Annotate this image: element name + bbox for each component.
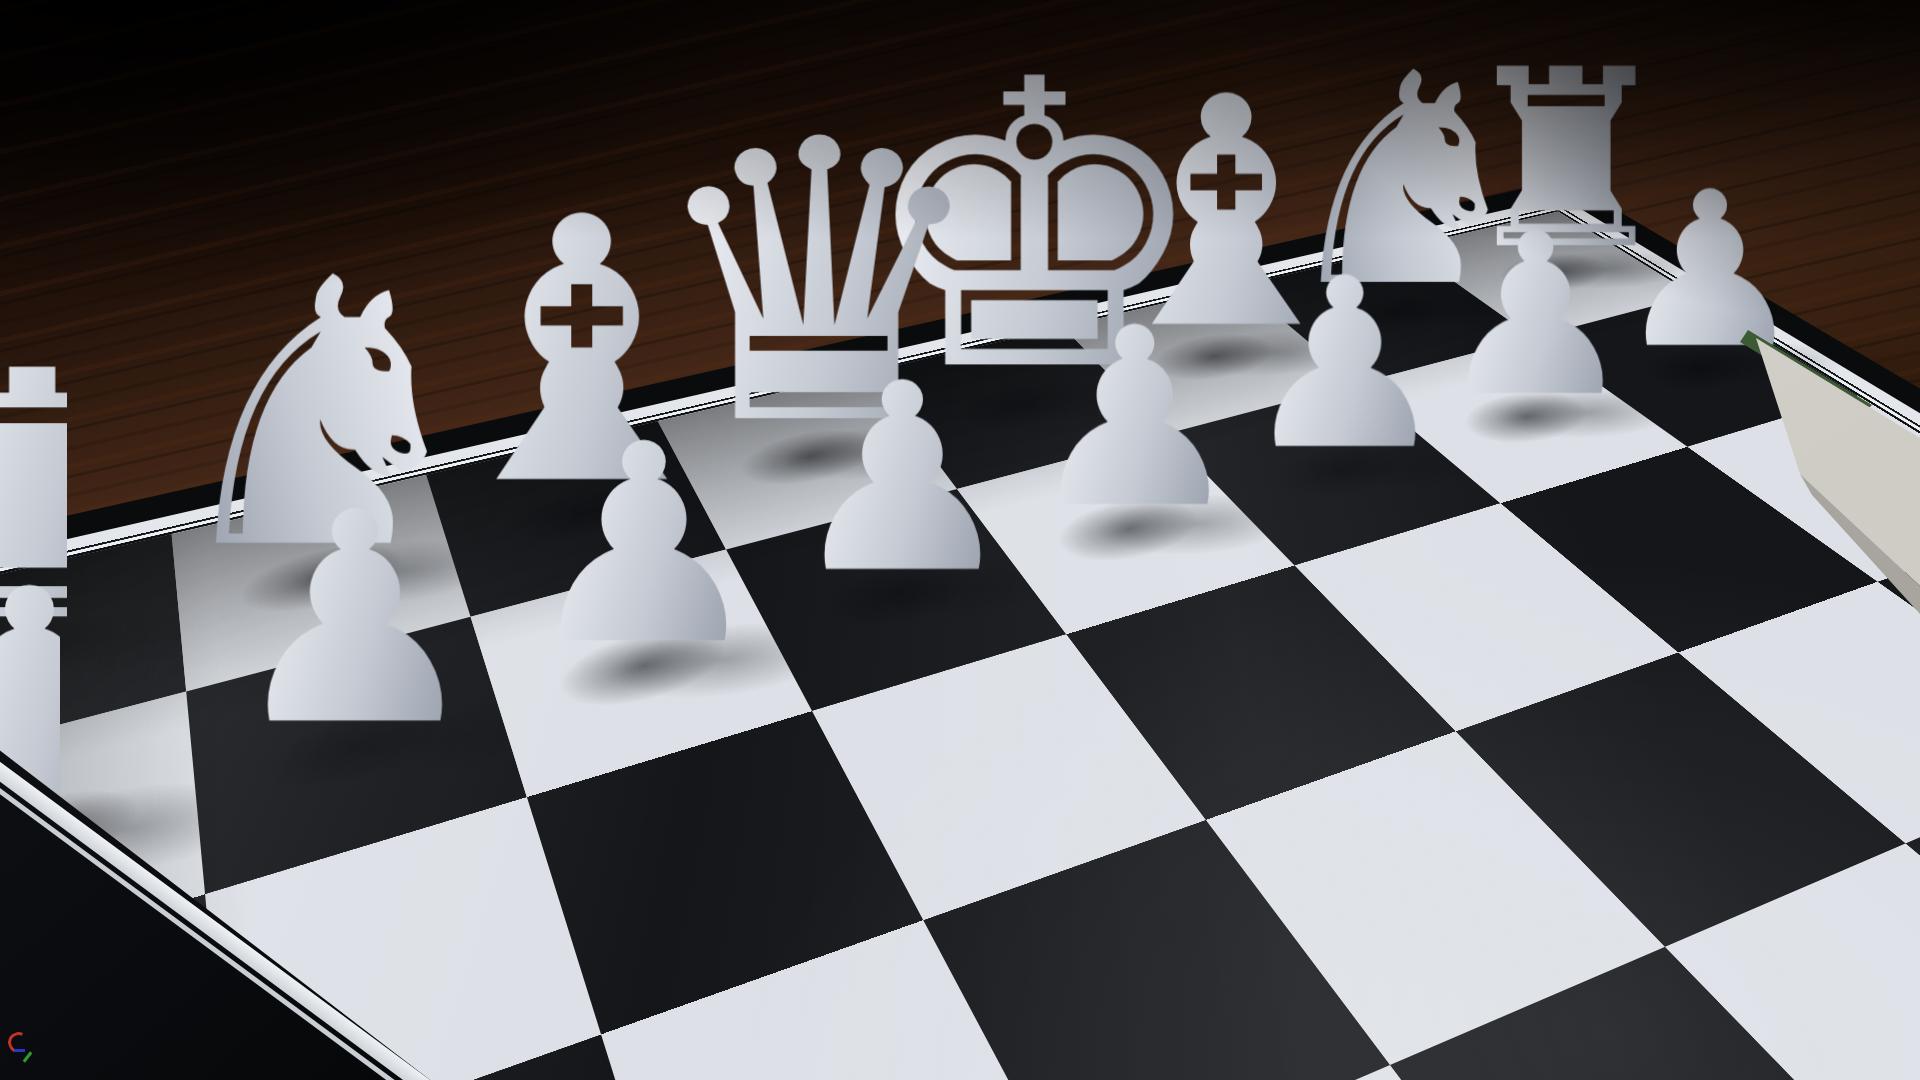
axis-z-icon (14, 1049, 25, 1052)
white-pawn-glyph: ♟ (1024, 295, 1245, 542)
white-pawn-glyph: ♟ (1239, 247, 1450, 482)
board-grid: ♜♞♝♛♚♝♞♜♟♟♟♟♟♟♟♟ (0, 212, 1920, 1080)
white-pawn-glyph: ♟ (1435, 204, 1636, 428)
white-pawn-glyph: ♟ (786, 349, 1019, 609)
white-pawn-glyph: ♟ (225, 474, 486, 765)
board-frame: ♜♞♝♛♚♝♞♜♟♟♟♟♟♟♟♟ (0, 197, 1920, 1080)
axis-gizmo (6, 1026, 50, 1074)
scene: ♜♞♝♛♚♝♞♜♟♟♟♟♟♟♟♟ (0, 0, 1920, 1080)
axis-y-icon (23, 1051, 33, 1062)
chess-board: ♜♞♝♛♚♝♞♜♟♟♟♟♟♟♟♟ (0, 179, 1920, 1080)
white-pawn-glyph: ♟ (521, 408, 767, 683)
white-pawn-glyph: ♟ (1614, 164, 1806, 379)
square-b3[interactable] (205, 797, 601, 1080)
